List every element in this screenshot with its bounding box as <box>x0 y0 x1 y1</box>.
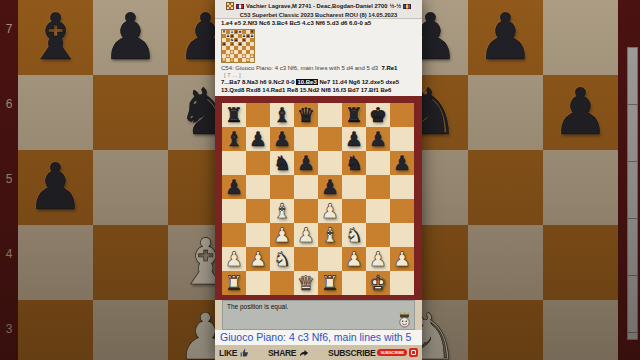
white-pawn: ♟ <box>393 247 411 271</box>
white-pawn: ♟ <box>273 223 291 247</box>
board-square: ♟ <box>468 0 543 75</box>
board-square <box>246 103 270 127</box>
board-square: ♟ <box>222 247 246 271</box>
board-square: ♟ <box>390 151 414 175</box>
board-square: ♛ <box>294 271 318 295</box>
board-square <box>222 223 246 247</box>
board-square <box>366 199 390 223</box>
players-text: Vachier Lagrave,M 2741 - Deac,Bogdan-Dan… <box>246 3 387 9</box>
board-square <box>342 175 366 199</box>
board-square: ♜ <box>318 271 342 295</box>
board-square <box>366 175 390 199</box>
board-square <box>18 300 93 360</box>
game-moves[interactable]: 7...Ba7 8.Na3 h6 9.Nc2 0-0 10.Be3 Ne7 11… <box>221 79 422 94</box>
black-pawn: ♟ <box>552 75 609 150</box>
video-frame: ♜♝♛♜♚♝♟♟♟♟♞♟♞♟♟♟♝♟♟♟♝♞♟♟♞♟♟♟♜♛♜♚ 76543 V… <box>0 0 640 360</box>
black-pawn: ♟ <box>369 127 387 151</box>
board-square: ♟ <box>93 0 168 75</box>
board-square <box>18 225 93 300</box>
black-knight: ♞ <box>345 151 363 175</box>
black-rook: ♜ <box>225 103 243 127</box>
board-square <box>294 247 318 271</box>
white-knight: ♞ <box>273 247 291 271</box>
rank-label: 4 <box>0 247 18 261</box>
board-square: ♝ <box>270 199 294 223</box>
board-square: ♜ <box>222 103 246 127</box>
board-square <box>93 150 168 225</box>
board-square <box>390 127 414 151</box>
board-square: ♞ <box>270 151 294 175</box>
rank-label: 5 <box>0 172 18 186</box>
notation-pane: ♜♝♛♚♜♟♟♟♟♟♞♟♞♟♝♟♝♟♟♟♞♟♟♟♟♟♜♞♝♛♜♚ C54: Gi… <box>215 27 422 96</box>
black-king: ♚ <box>369 103 387 127</box>
board-square <box>246 175 270 199</box>
black-knight: ♞ <box>273 151 291 175</box>
board-square <box>270 271 294 295</box>
variation-marker: [ 7 ... ] <box>221 72 422 79</box>
board-square: ♝ <box>222 127 246 151</box>
video-title: Giuoco Piano: 4 c3 Nf6, main lines with … <box>215 330 422 345</box>
opening-classification: C54: Giuoco Piano: 4 c3 Nf6, main lines … <box>221 65 378 71</box>
board-square <box>93 300 168 360</box>
board-square <box>246 199 270 223</box>
black-pawn: ♟ <box>273 127 291 151</box>
white-rook: ♜ <box>225 271 243 295</box>
board-square <box>468 225 543 300</box>
board-square <box>318 103 342 127</box>
rank-label: 7 <box>0 22 18 36</box>
board-square <box>246 223 270 247</box>
board-square <box>270 175 294 199</box>
board-square <box>390 103 414 127</box>
white-king: ♚ <box>369 271 387 295</box>
board-square <box>294 127 318 151</box>
board-square <box>543 300 618 360</box>
white-pawn: ♟ <box>369 247 387 271</box>
board-square <box>318 127 342 151</box>
board-square: ♟ <box>270 223 294 247</box>
board-square: ♜ <box>222 271 246 295</box>
main-board: ♜♝♛♜♚♝♟♟♟♟♞♟♞♟♟♟♝♟♟♟♝♞♟♟♞♟♟♟♜♛♜♚ <box>222 103 414 295</box>
board-square <box>468 150 543 225</box>
board-square: ♟ <box>342 127 366 151</box>
subscribe-button[interactable]: SUBSCRIBE <box>377 349 407 356</box>
board-square: ♟ <box>270 127 294 151</box>
white-pawn: ♟ <box>345 247 363 271</box>
board-square <box>543 225 618 300</box>
white-rook: ♜ <box>321 271 339 295</box>
board-square: ♚ <box>366 103 390 127</box>
board-square: ♚ <box>366 271 390 295</box>
board-square <box>543 0 618 75</box>
board-square: ♞ <box>342 151 366 175</box>
white-pawn: ♟ <box>225 247 243 271</box>
rank-label: 6 <box>0 97 18 111</box>
board-square <box>366 151 390 175</box>
board-square <box>93 75 168 150</box>
board-square: ♟ <box>318 175 342 199</box>
board-square <box>318 151 342 175</box>
black-pawn: ♟ <box>102 0 159 75</box>
board-square <box>468 300 543 360</box>
board-square: ♟ <box>294 223 318 247</box>
board-square <box>342 199 366 223</box>
white-pawn: ♟ <box>249 247 267 271</box>
board-square <box>18 75 93 150</box>
white-bishop: ♝ <box>321 223 339 247</box>
board-square <box>222 151 246 175</box>
event-text: C53 Superbet Classic 2023 Bucharest ROU … <box>215 12 422 18</box>
position-diagram-thumbnail: ♜♝♛♚♜♟♟♟♟♟♞♟♞♟♝♟♝♟♟♟♞♟♟♟♟♟♜♞♝♛♜♚ <box>221 29 255 63</box>
subscribe-label[interactable]: SUBSCRIBE <box>328 348 375 358</box>
mainline-moves[interactable]: 1.e4 e5 2.Nf3 Nc6 3.Bc4 Bc5 4.c3 Nf6 5.d… <box>215 19 422 27</box>
board-square <box>543 150 618 225</box>
white-pawn: ♟ <box>297 223 315 247</box>
black-pawn: ♟ <box>321 175 339 199</box>
evaluation-text: The position is equal. <box>227 303 410 310</box>
black-pawn: ♟ <box>225 175 243 199</box>
black-pawn: ♟ <box>297 151 315 175</box>
result-text: ½-½ <box>389 3 401 9</box>
board-square: ♝ <box>270 103 294 127</box>
board-square <box>294 175 318 199</box>
romania-flag-icon <box>403 4 411 9</box>
board-square: ♟ <box>318 199 342 223</box>
board-square: ♞ <box>342 223 366 247</box>
board-square <box>366 223 390 247</box>
board-square <box>246 151 270 175</box>
board-square: ♟ <box>390 247 414 271</box>
board-square <box>390 175 414 199</box>
board-square: ♟ <box>246 247 270 271</box>
board-square <box>246 271 270 295</box>
black-pawn: ♟ <box>477 0 534 75</box>
mini-chessboard-icon <box>226 2 234 10</box>
black-pawn: ♟ <box>393 151 411 175</box>
black-pawn: ♟ <box>249 127 267 151</box>
board-square: ♟ <box>543 75 618 150</box>
scrollbar[interactable] <box>627 47 638 340</box>
board-square: ♟ <box>342 247 366 271</box>
black-pawn: ♟ <box>345 127 363 151</box>
black-bishop: ♝ <box>273 103 291 127</box>
rank-label: 3 <box>0 322 18 336</box>
subscribe-box-icon[interactable] <box>409 348 418 357</box>
board-square: ♟ <box>366 247 390 271</box>
board-square <box>318 247 342 271</box>
board-square <box>250 58 254 62</box>
share-label[interactable]: SHARE <box>268 348 296 358</box>
white-knight: ♞ <box>345 223 363 247</box>
highlighted-move[interactable]: 10.Be3 <box>296 79 317 85</box>
game-header: Vachier Lagrave,M 2741 - Deac,Bogdan-Dan… <box>215 0 422 19</box>
board-square <box>222 199 246 223</box>
board-square <box>93 225 168 300</box>
board-square <box>342 271 366 295</box>
board-square: ♟ <box>18 150 93 225</box>
black-rook: ♜ <box>345 103 363 127</box>
board-square: ♛ <box>294 103 318 127</box>
board-square: ♝ <box>18 0 93 75</box>
chessbase-panel: Vachier Lagrave,M 2741 - Deac,Bogdan-Dan… <box>215 0 422 360</box>
board-square: ♟ <box>294 151 318 175</box>
evaluation-box: The position is equal. <box>222 300 415 330</box>
board-square <box>468 75 543 150</box>
main-board-frame: ♜♝♛♜♚♝♟♟♟♟♞♟♞♟♟♟♝♟♟♟♝♞♟♟♞♟♟♟♜♛♜♚ <box>215 96 422 300</box>
board-square: ♝ <box>318 223 342 247</box>
board-square: ♟ <box>366 127 390 151</box>
board-square <box>390 223 414 247</box>
thumbs-up-icon[interactable] <box>239 348 250 358</box>
board-square <box>390 271 414 295</box>
white-pawn: ♟ <box>321 199 339 223</box>
black-bishop: ♝ <box>27 0 84 75</box>
black-bishop: ♝ <box>225 127 243 151</box>
white-queen: ♛ <box>297 271 315 295</box>
board-square: ♜ <box>342 103 366 127</box>
like-label[interactable]: LIKE <box>219 348 237 358</box>
france-flag-icon <box>236 4 244 9</box>
action-bar: LIKE SHARE SUBSCRIBE SUBSCRIBE <box>215 345 422 360</box>
share-arrow-icon[interactable] <box>298 348 310 358</box>
white-bishop: ♝ <box>273 199 291 223</box>
board-square: ♟ <box>246 127 270 151</box>
black-pawn: ♟ <box>27 150 84 225</box>
black-queen: ♛ <box>297 103 315 127</box>
board-square: ♞ <box>270 247 294 271</box>
evaluation-strip: The position is equal. <box>215 300 422 330</box>
board-square: ♟ <box>222 175 246 199</box>
opening-move[interactable]: 7.Re1 <box>381 65 397 71</box>
king-face-icon <box>398 312 411 328</box>
board-square <box>390 199 414 223</box>
board-square <box>294 199 318 223</box>
